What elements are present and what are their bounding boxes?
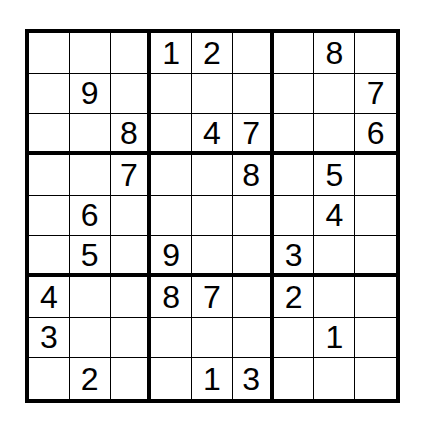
cell-r4c6-given[interactable]: 8 (233, 155, 274, 196)
cell-r6c9[interactable] (355, 236, 396, 277)
cell-r9c8[interactable] (314, 358, 355, 399)
cell-r7c5-given[interactable]: 7 (192, 277, 233, 318)
cell-r4c7[interactable] (274, 155, 315, 196)
cell-r1c8-given[interactable]: 8 (314, 33, 355, 74)
cell-r4c2[interactable] (70, 155, 111, 196)
cell-r1c9[interactable] (355, 33, 396, 74)
sudoku-page: 12897847678564593487231213 (0, 0, 425, 425)
cell-r1c2[interactable] (70, 33, 111, 74)
cell-r4c3-given[interactable]: 7 (111, 155, 152, 196)
cell-r7c7-given[interactable]: 2 (274, 277, 315, 318)
cell-r1c1[interactable] (29, 33, 70, 74)
cell-r2c7[interactable] (274, 74, 315, 115)
cell-r7c1-given[interactable]: 4 (29, 277, 70, 318)
cell-r2c3[interactable] (111, 74, 152, 115)
cell-r3c2[interactable] (70, 114, 111, 155)
cell-r9c7[interactable] (274, 358, 315, 399)
cell-r7c8[interactable] (314, 277, 355, 318)
cell-r6c8[interactable] (314, 236, 355, 277)
cell-r8c5[interactable] (192, 318, 233, 359)
cell-r4c9[interactable] (355, 155, 396, 196)
cell-r4c5[interactable] (192, 155, 233, 196)
cell-r3c5-given[interactable]: 4 (192, 114, 233, 155)
cell-r9c5-given[interactable]: 1 (192, 358, 233, 399)
cell-r9c2-given[interactable]: 2 (70, 358, 111, 399)
cell-r9c9[interactable] (355, 358, 396, 399)
cell-r4c8-given[interactable]: 5 (314, 155, 355, 196)
cell-r2c5[interactable] (192, 74, 233, 115)
cell-r9c1[interactable] (29, 358, 70, 399)
cell-r2c4[interactable] (151, 74, 192, 115)
cell-r5c6[interactable] (233, 196, 274, 237)
cell-r5c2-given[interactable]: 6 (70, 196, 111, 237)
cell-r6c4-given[interactable]: 9 (151, 236, 192, 277)
cell-r1c4-given[interactable]: 1 (151, 33, 192, 74)
cell-r2c9-given[interactable]: 7 (355, 74, 396, 115)
cell-r5c5[interactable] (192, 196, 233, 237)
cell-r5c3[interactable] (111, 196, 152, 237)
cell-r8c7[interactable] (274, 318, 315, 359)
cell-r3c7[interactable] (274, 114, 315, 155)
cell-r2c2-given[interactable]: 9 (70, 74, 111, 115)
cell-r8c1-given[interactable]: 3 (29, 318, 70, 359)
cell-r9c3[interactable] (111, 358, 152, 399)
sudoku-board: 12897847678564593487231213 (25, 29, 400, 403)
cell-r9c4[interactable] (151, 358, 192, 399)
cell-r3c4[interactable] (151, 114, 192, 155)
cell-r2c1[interactable] (29, 74, 70, 115)
cell-r8c9[interactable] (355, 318, 396, 359)
cell-r5c7[interactable] (274, 196, 315, 237)
cell-r6c7-given[interactable]: 3 (274, 236, 315, 277)
cell-r5c8-given[interactable]: 4 (314, 196, 355, 237)
cell-r4c4[interactable] (151, 155, 192, 196)
cell-r4c1[interactable] (29, 155, 70, 196)
cell-r5c9[interactable] (355, 196, 396, 237)
cell-r8c3[interactable] (111, 318, 152, 359)
cell-r8c8-given[interactable]: 1 (314, 318, 355, 359)
cell-r7c4-given[interactable]: 8 (151, 277, 192, 318)
cell-r7c9[interactable] (355, 277, 396, 318)
cell-r3c9-given[interactable]: 6 (355, 114, 396, 155)
cell-r8c2[interactable] (70, 318, 111, 359)
cell-r9c6-given[interactable]: 3 (233, 358, 274, 399)
cell-r3c6-given[interactable]: 7 (233, 114, 274, 155)
cell-r3c8[interactable] (314, 114, 355, 155)
cell-r5c4[interactable] (151, 196, 192, 237)
cell-r5c1[interactable] (29, 196, 70, 237)
cell-r8c4[interactable] (151, 318, 192, 359)
cell-r1c3[interactable] (111, 33, 152, 74)
cell-r6c6[interactable] (233, 236, 274, 277)
cell-r7c2[interactable] (70, 277, 111, 318)
cell-r2c6[interactable] (233, 74, 274, 115)
cell-r8c6[interactable] (233, 318, 274, 359)
cell-r7c3[interactable] (111, 277, 152, 318)
cell-r2c8[interactable] (314, 74, 355, 115)
cell-r3c3-given[interactable]: 8 (111, 114, 152, 155)
cell-r6c3[interactable] (111, 236, 152, 277)
cell-r1c7[interactable] (274, 33, 315, 74)
cell-r7c6[interactable] (233, 277, 274, 318)
cell-r6c2-given[interactable]: 5 (70, 236, 111, 277)
cell-r1c6[interactable] (233, 33, 274, 74)
cell-r1c5-given[interactable]: 2 (192, 33, 233, 74)
cell-r3c1[interactable] (29, 114, 70, 155)
cell-r6c1[interactable] (29, 236, 70, 277)
cell-r6c5[interactable] (192, 236, 233, 277)
